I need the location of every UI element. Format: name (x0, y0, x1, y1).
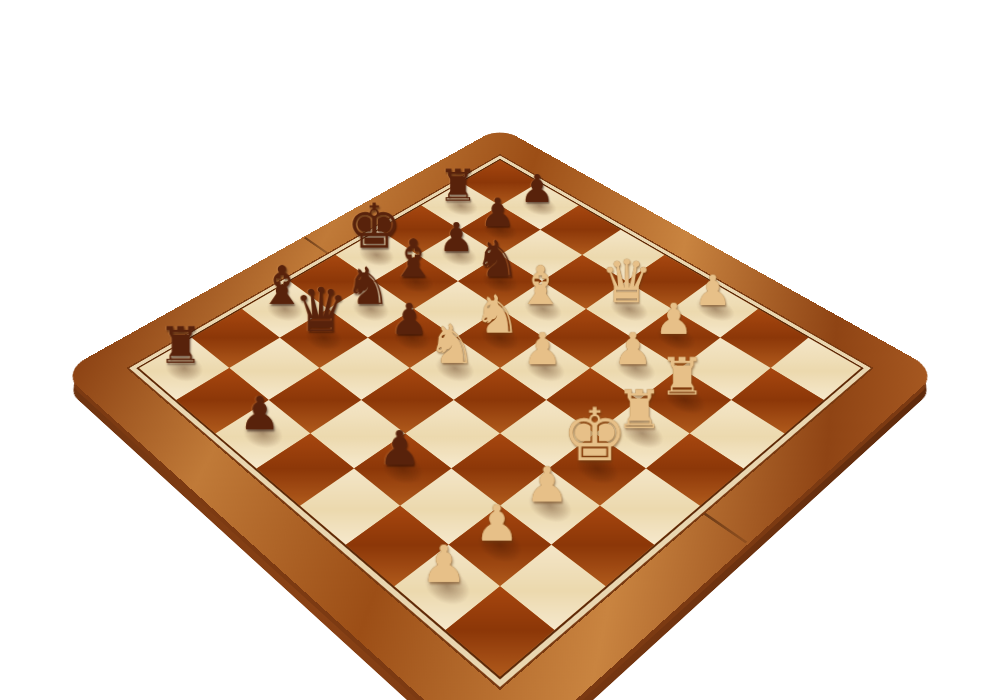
black-queen-c7: ♛ (277, 282, 365, 339)
product-photo: ♜♝♚♜♛♞♝♟♟♟♟♟♞♟♞♞♝♟♛♟♟♟♟♟♟♚♜♜ (0, 0, 1000, 700)
black-pawn-f7: ♟ (415, 219, 497, 257)
black-pawn-h7: ♟ (498, 171, 576, 207)
black-pawn-g7: ♟ (457, 194, 537, 231)
square-f6 (458, 255, 542, 309)
folding-seam-right (704, 513, 748, 544)
black-king-e8: ♚ (333, 198, 415, 257)
chess-board: ♜♝♚♜♛♞♝♟♟♟♟♟♞♟♞♞♝♟♛♟♟♟♟♟♟♚♜♜ (62, 127, 939, 700)
square-h8 (461, 160, 538, 205)
white-pawn-e4: ♟ (497, 328, 587, 370)
square-h5 (582, 230, 664, 282)
square-b8 (192, 309, 280, 368)
square-h2 (720, 309, 808, 368)
black-bishop-e7: ♝ (371, 234, 455, 283)
square-d8 (290, 255, 374, 309)
square-d6 (368, 309, 456, 368)
square-d7 (328, 281, 414, 337)
square-h3 (672, 281, 758, 337)
square-h4 (626, 255, 710, 309)
folding-seam-left (304, 237, 333, 257)
square-e6 (414, 281, 500, 337)
square-h1 (771, 338, 861, 400)
square-e5 (456, 309, 544, 368)
white-pawn-h3: ♟ (670, 271, 756, 311)
square-e7 (374, 255, 458, 309)
square-f7 (418, 230, 500, 282)
black-pawn-b4: ♟ (351, 426, 448, 471)
board-frame: ♜♝♚♜♛♞♝♟♟♟♟♟♞♟♞♞♝♟♛♟♟♟♟♟♟♚♜♜ (62, 127, 939, 700)
white-knight-e5: ♞ (453, 290, 541, 340)
square-e8 (336, 230, 418, 282)
square-h6 (540, 206, 620, 255)
square-g6 (500, 230, 582, 282)
square-g8 (421, 182, 500, 229)
square-f4 (544, 309, 632, 368)
square-f5 (500, 281, 586, 337)
white-knight-d5: ♞ (407, 319, 497, 370)
square-f8 (379, 206, 459, 255)
black-knight-d7: ♞ (325, 262, 411, 311)
board-grid: ♜♝♚♜♛♞♝♟♟♟♟♟♞♟♞♞♝♟♛♟♟♟♟♟♟♚♜♜ (139, 160, 861, 676)
square-h7 (500, 182, 579, 229)
square-g5 (542, 255, 626, 309)
photo-scene: ♜♝♚♜♛♞♝♟♟♟♟♟♞♟♞♞♝♟♛♟♟♟♟♟♟♚♜♜ (0, 0, 1000, 700)
black-pawn-d6: ♟ (365, 299, 453, 340)
black-rook-a8: ♜ (136, 323, 226, 370)
white-queen-g4: ♛ (584, 255, 670, 311)
square-g7 (460, 206, 540, 255)
white-pawn-g3: ♟ (630, 299, 718, 340)
black-knight-f6: ♞ (455, 235, 539, 283)
black-bishop-c8: ♝ (239, 260, 325, 311)
square-g4 (586, 281, 672, 337)
white-pawn-a2: ♟ (391, 540, 496, 589)
square-c7 (280, 309, 368, 368)
square-c8 (242, 281, 328, 337)
white-bishop-f5: ♝ (498, 260, 584, 311)
black-pawn-a6: ♟ (212, 392, 306, 436)
black-rook-g8: ♜ (419, 166, 497, 207)
